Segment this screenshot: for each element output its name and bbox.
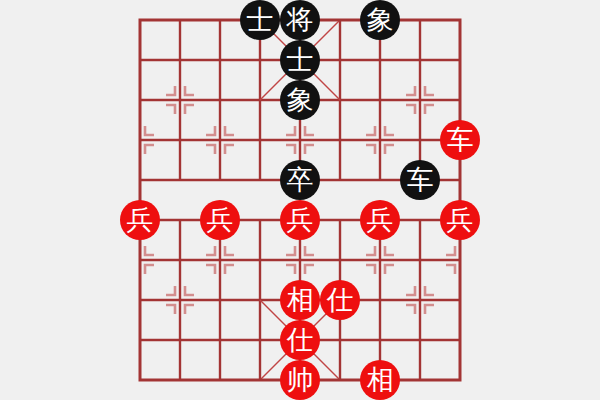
red-elephant[interactable]: 相 [280, 280, 320, 320]
black-chariot[interactable]: 车 [400, 160, 440, 200]
pieces-grid: 士将象士象车卒车兵兵兵兵兵相仕仕帅相 [120, 0, 480, 400]
red-advisor[interactable]: 仕 [280, 320, 320, 360]
red-soldier[interactable]: 兵 [120, 200, 160, 240]
xiangqi-board: 士将象士象车卒车兵兵兵兵兵相仕仕帅相 [0, 0, 600, 400]
black-soldier[interactable]: 卒 [280, 160, 320, 200]
red-advisor[interactable]: 仕 [320, 280, 360, 320]
red-chariot[interactable]: 车 [440, 120, 480, 160]
black-advisor[interactable]: 士 [240, 0, 280, 40]
red-soldier[interactable]: 兵 [200, 200, 240, 240]
red-elephant[interactable]: 相 [360, 360, 400, 400]
black-advisor[interactable]: 士 [280, 40, 320, 80]
black-elephant[interactable]: 象 [360, 0, 400, 40]
red-soldier[interactable]: 兵 [440, 200, 480, 240]
red-soldier[interactable]: 兵 [360, 200, 400, 240]
black-elephant[interactable]: 象 [280, 80, 320, 120]
red-soldier[interactable]: 兵 [280, 200, 320, 240]
black-general[interactable]: 将 [280, 0, 320, 40]
red-general[interactable]: 帅 [280, 360, 320, 400]
